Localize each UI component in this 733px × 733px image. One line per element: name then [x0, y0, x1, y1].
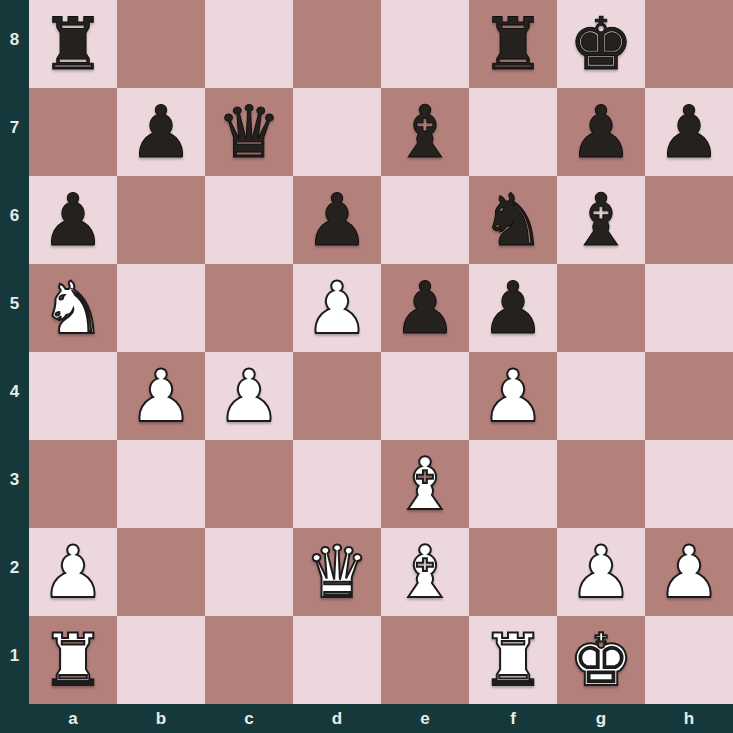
rank-labels: 87654321 [0, 0, 29, 704]
piece-white-rook-f1[interactable]: ♜ [481, 616, 546, 704]
square-f6[interactable]: ♞ [469, 176, 557, 264]
piece-white-pawn-a2[interactable]: ♟ [41, 528, 106, 616]
square-f2[interactable] [469, 528, 557, 616]
piece-black-king-g8[interactable]: ♚ [569, 0, 634, 88]
square-e3[interactable]: ♝ [381, 440, 469, 528]
piece-white-pawn-h2[interactable]: ♟ [657, 528, 722, 616]
square-b6[interactable] [117, 176, 205, 264]
rank-label-2: 2 [0, 528, 29, 616]
rank-label-5: 5 [0, 264, 29, 352]
square-a2[interactable]: ♟ [29, 528, 117, 616]
board-corner [0, 704, 29, 733]
piece-white-pawn-c4[interactable]: ♟ [217, 352, 282, 440]
square-b2[interactable] [117, 528, 205, 616]
rank-label-1: 1 [0, 616, 29, 704]
piece-white-bishop-e2[interactable]: ♝ [393, 528, 458, 616]
rank-label-3: 3 [0, 440, 29, 528]
square-d2[interactable]: ♛ [293, 528, 381, 616]
rank-label-6: 6 [0, 176, 29, 264]
file-label-h: h [645, 704, 733, 733]
piece-white-bishop-e3[interactable]: ♝ [393, 440, 458, 528]
square-g2[interactable]: ♟ [557, 528, 645, 616]
piece-black-pawn-f5[interactable]: ♟ [481, 264, 546, 352]
square-e7[interactable]: ♝ [381, 88, 469, 176]
square-e8[interactable] [381, 0, 469, 88]
square-g7[interactable]: ♟ [557, 88, 645, 176]
square-b1[interactable] [117, 616, 205, 704]
square-f3[interactable] [469, 440, 557, 528]
square-a5[interactable]: ♞ [29, 264, 117, 352]
piece-black-pawn-h7[interactable]: ♟ [657, 88, 722, 176]
square-g1[interactable]: ♚ [557, 616, 645, 704]
square-a1[interactable]: ♜ [29, 616, 117, 704]
piece-white-rook-a1[interactable]: ♜ [41, 616, 106, 704]
chess-board-frame: 87654321 ♜♜♚♟♛♝♟♟♟♟♞♝♞♟♟♟♟♟♟♝♟♛♝♟♟♜♜♚ ab… [0, 0, 733, 733]
file-label-g: g [557, 704, 645, 733]
square-a7[interactable] [29, 88, 117, 176]
square-f8[interactable]: ♜ [469, 0, 557, 88]
piece-white-pawn-b4[interactable]: ♟ [129, 352, 194, 440]
piece-black-bishop-e7[interactable]: ♝ [393, 88, 458, 176]
piece-black-knight-f6[interactable]: ♞ [481, 176, 546, 264]
piece-black-pawn-g7[interactable]: ♟ [569, 88, 634, 176]
square-h2[interactable]: ♟ [645, 528, 733, 616]
piece-black-rook-f8[interactable]: ♜ [481, 0, 546, 88]
square-g4[interactable] [557, 352, 645, 440]
square-c8[interactable] [205, 0, 293, 88]
square-d8[interactable] [293, 0, 381, 88]
square-b8[interactable] [117, 0, 205, 88]
file-labels: abcdefgh [29, 704, 733, 733]
square-h7[interactable]: ♟ [645, 88, 733, 176]
square-d1[interactable] [293, 616, 381, 704]
piece-white-knight-a5[interactable]: ♞ [41, 264, 106, 352]
rank-label-7: 7 [0, 88, 29, 176]
square-g8[interactable]: ♚ [557, 0, 645, 88]
square-d7[interactable] [293, 88, 381, 176]
square-b5[interactable] [117, 264, 205, 352]
square-c5[interactable] [205, 264, 293, 352]
square-f1[interactable]: ♜ [469, 616, 557, 704]
square-h8[interactable] [645, 0, 733, 88]
square-e1[interactable] [381, 616, 469, 704]
square-b7[interactable]: ♟ [117, 88, 205, 176]
file-label-f: f [469, 704, 557, 733]
piece-black-pawn-a6[interactable]: ♟ [41, 176, 106, 264]
square-c3[interactable] [205, 440, 293, 528]
square-b4[interactable]: ♟ [117, 352, 205, 440]
square-f7[interactable] [469, 88, 557, 176]
square-a6[interactable]: ♟ [29, 176, 117, 264]
square-g5[interactable] [557, 264, 645, 352]
piece-white-pawn-f4[interactable]: ♟ [481, 352, 546, 440]
square-e6[interactable] [381, 176, 469, 264]
square-g6[interactable]: ♝ [557, 176, 645, 264]
rank-label-8: 8 [0, 0, 29, 88]
square-f4[interactable]: ♟ [469, 352, 557, 440]
square-b3[interactable] [117, 440, 205, 528]
file-label-e: e [381, 704, 469, 733]
square-d6[interactable]: ♟ [293, 176, 381, 264]
square-c6[interactable] [205, 176, 293, 264]
piece-white-pawn-d5[interactable]: ♟ [305, 264, 370, 352]
square-a3[interactable] [29, 440, 117, 528]
piece-black-bishop-g6[interactable]: ♝ [569, 176, 634, 264]
square-h1[interactable] [645, 616, 733, 704]
square-a4[interactable] [29, 352, 117, 440]
square-c4[interactable]: ♟ [205, 352, 293, 440]
piece-black-rook-a8[interactable]: ♜ [41, 0, 106, 88]
square-h6[interactable] [645, 176, 733, 264]
piece-white-queen-d2[interactable]: ♛ [305, 528, 370, 616]
square-f5[interactable]: ♟ [469, 264, 557, 352]
file-label-b: b [117, 704, 205, 733]
square-e2[interactable]: ♝ [381, 528, 469, 616]
square-g3[interactable] [557, 440, 645, 528]
square-e5[interactable]: ♟ [381, 264, 469, 352]
square-h5[interactable] [645, 264, 733, 352]
square-h4[interactable] [645, 352, 733, 440]
square-d4[interactable] [293, 352, 381, 440]
piece-black-pawn-e5[interactable]: ♟ [393, 264, 458, 352]
piece-black-queen-c7[interactable]: ♛ [217, 88, 282, 176]
square-h3[interactable] [645, 440, 733, 528]
file-label-c: c [205, 704, 293, 733]
square-c2[interactable] [205, 528, 293, 616]
square-c1[interactable] [205, 616, 293, 704]
square-d5[interactable]: ♟ [293, 264, 381, 352]
piece-black-pawn-b7[interactable]: ♟ [129, 88, 194, 176]
square-e4[interactable] [381, 352, 469, 440]
piece-white-pawn-g2[interactable]: ♟ [569, 528, 634, 616]
square-d3[interactable] [293, 440, 381, 528]
rank-label-4: 4 [0, 352, 29, 440]
square-a8[interactable]: ♜ [29, 0, 117, 88]
file-label-a: a [29, 704, 117, 733]
file-label-d: d [293, 704, 381, 733]
chess-board: ♜♜♚♟♛♝♟♟♟♟♞♝♞♟♟♟♟♟♟♝♟♛♝♟♟♜♜♚ [29, 0, 733, 704]
square-c7[interactable]: ♛ [205, 88, 293, 176]
piece-black-pawn-d6[interactable]: ♟ [305, 176, 370, 264]
piece-white-king-g1[interactable]: ♚ [569, 616, 634, 704]
